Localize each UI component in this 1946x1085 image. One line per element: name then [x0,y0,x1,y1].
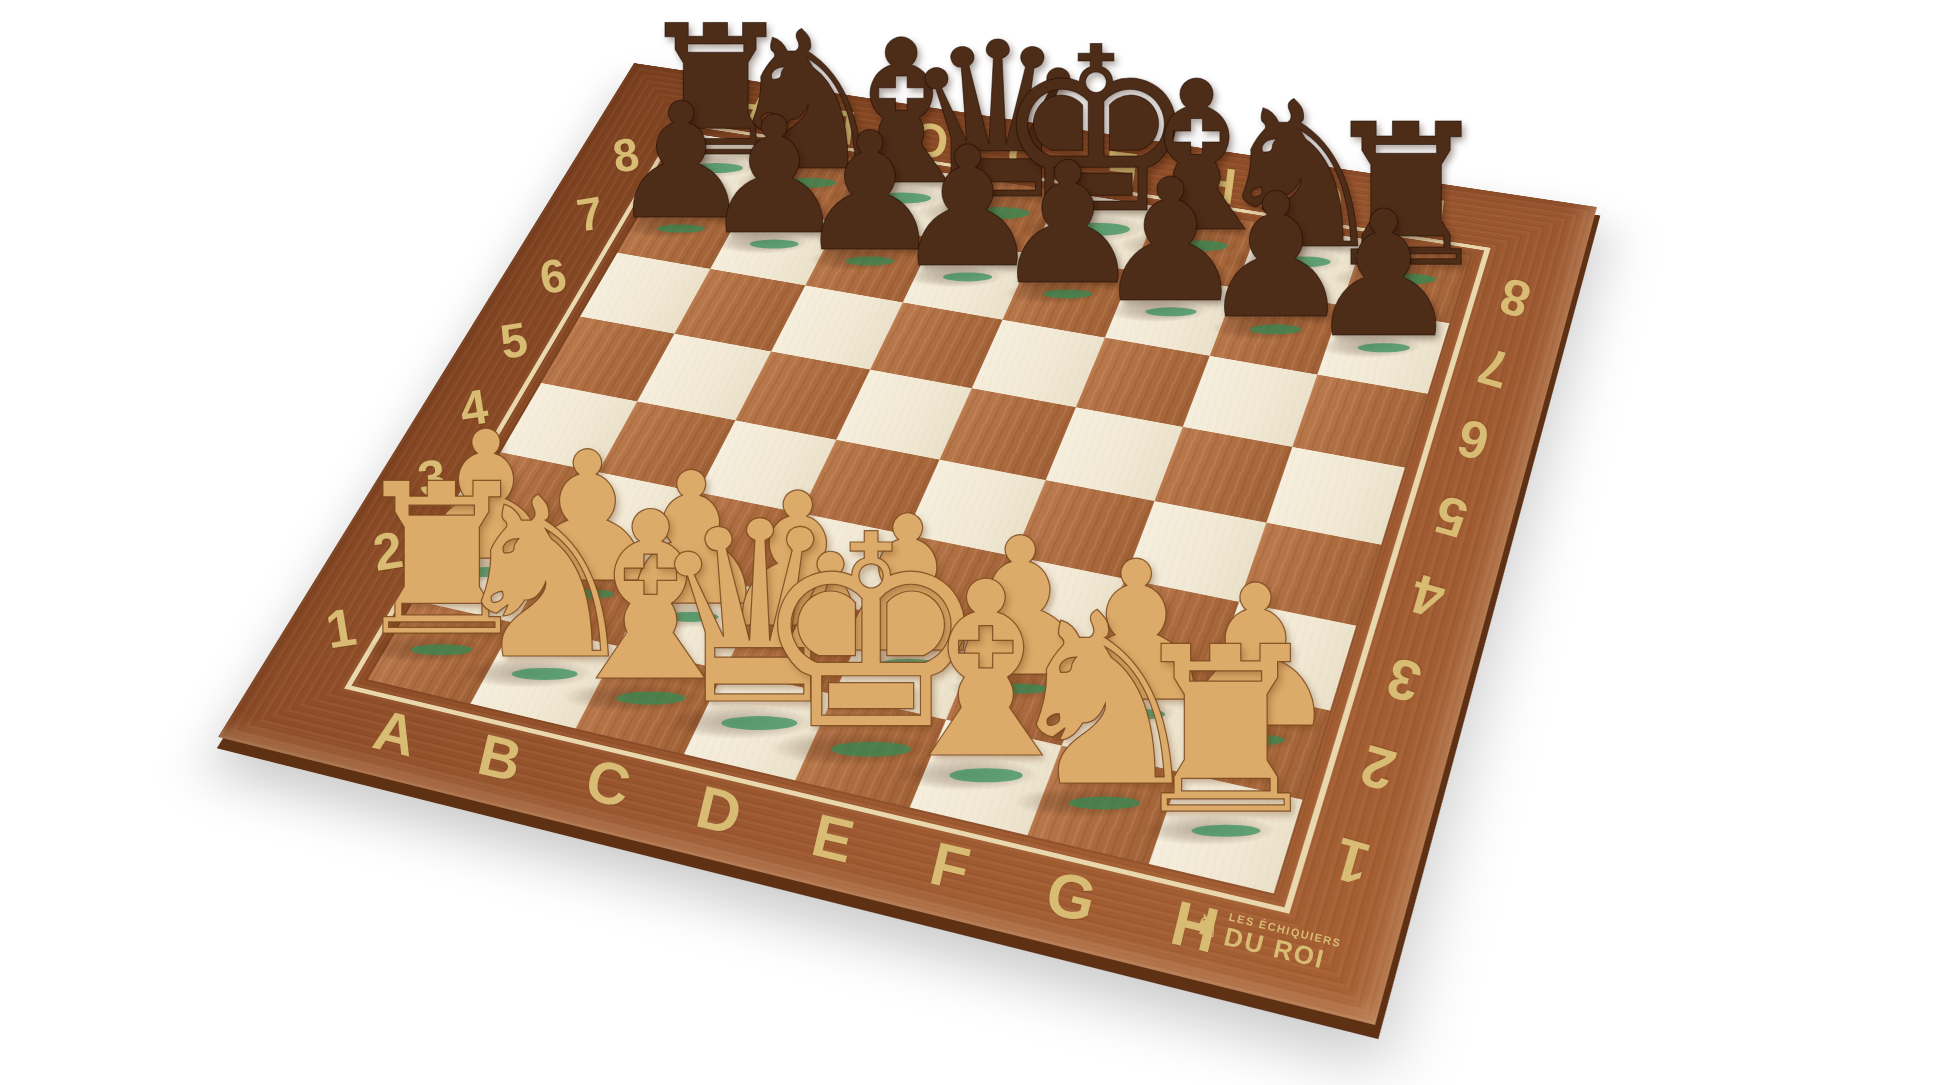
piece-black-pawn-h7[interactable]: ♟ [1306,188,1462,362]
product-photo-canvas: ♞ LES ÉCHIQUIERS DU ROI AABBCCDDEEFFGGHH… [0,0,1946,1085]
piece-white-rook-h1[interactable]: ♜ [1123,617,1329,847]
